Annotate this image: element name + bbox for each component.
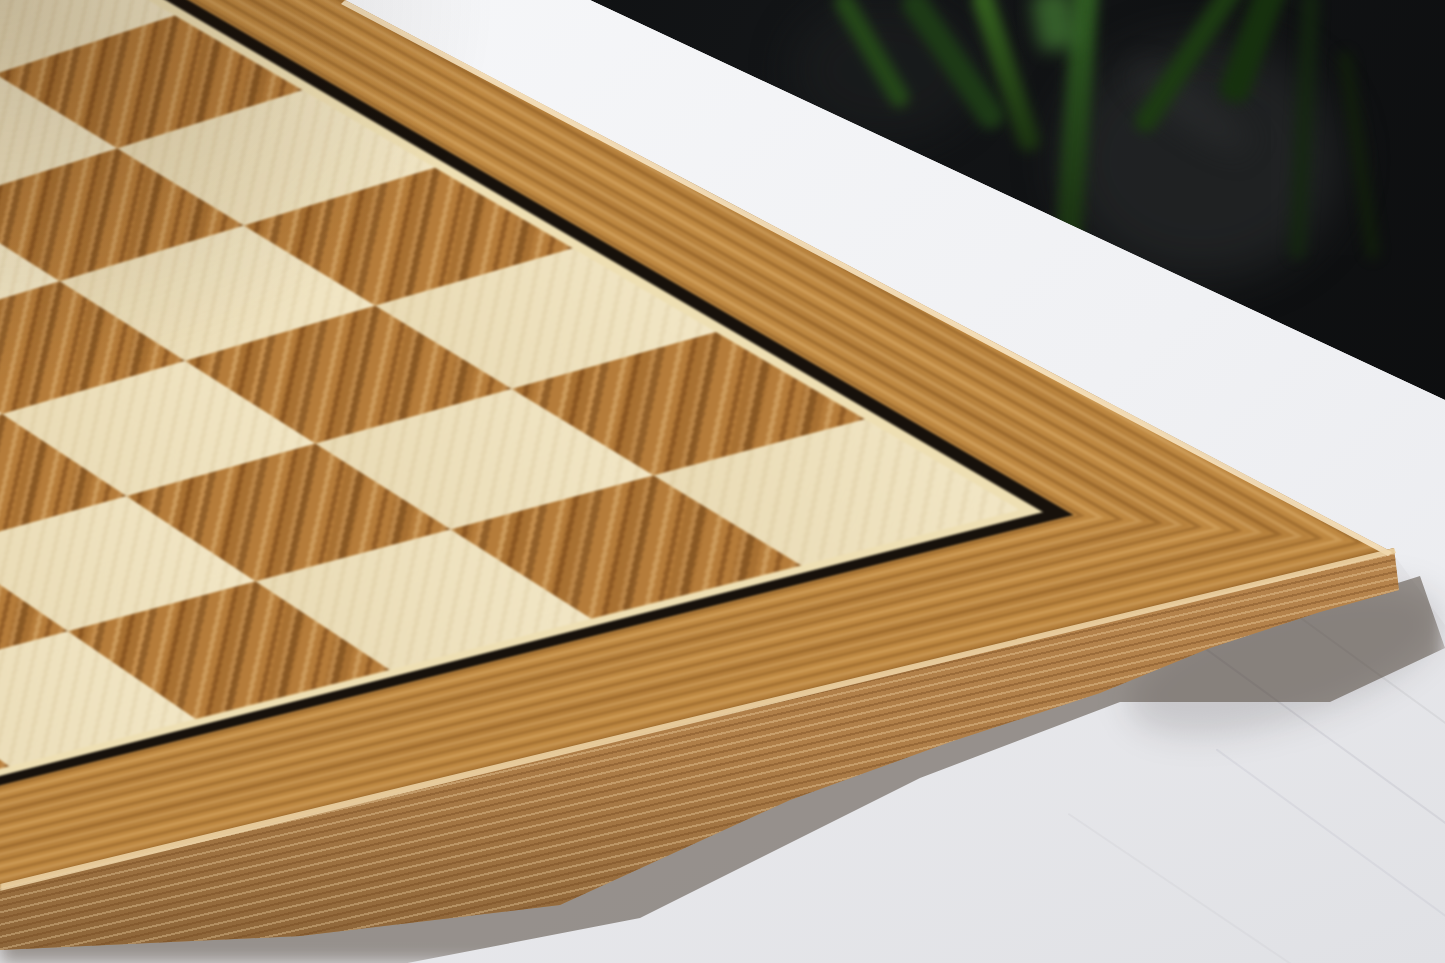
scene (0, 0, 1445, 963)
plant-leaf (1337, 50, 1380, 260)
plant-leaf (1288, 0, 1320, 260)
plant-leaf (831, 0, 913, 111)
plant-leaf (1217, 0, 1290, 106)
plant-leaf (1030, 0, 1080, 53)
table-scratch (1068, 813, 1343, 963)
table-scratch (1216, 749, 1445, 963)
